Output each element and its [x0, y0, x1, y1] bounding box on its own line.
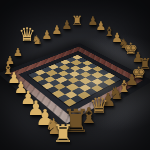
piece-rook[interactable]: ♜	[71, 14, 83, 27]
piece-knight[interactable]: ♞	[32, 34, 43, 46]
piece-pawn[interactable]: ♟	[52, 24, 63, 36]
piece-pawn[interactable]: ♟	[62, 19, 73, 31]
piece-rook[interactable]: ♜	[52, 122, 74, 146]
chess-scene: ♟♟♛♞♟♟♟♜♟♟♝♟♞♚♟♜♝♟♟♟♟♟♞♜♜♝♛♟♞♝♟♚	[0, 0, 150, 150]
piece-pawn[interactable]: ♟	[42, 29, 53, 41]
